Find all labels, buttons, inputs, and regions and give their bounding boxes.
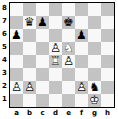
square-e7[interactable]: ♚♚ — [62, 16, 75, 29]
chess-board: ♛♛♟♟♚♚♟♟♟♟♟♙♞♘♜♖♟♙♟♙♟♙♟♙♞♞♚♔ — [9, 2, 115, 108]
square-b5[interactable] — [23, 42, 36, 55]
square-f8[interactable] — [75, 3, 88, 16]
square-f5[interactable] — [75, 42, 88, 55]
file-label-h: h — [101, 108, 114, 119]
square-d1[interactable] — [49, 94, 62, 107]
square-h2[interactable] — [101, 81, 114, 94]
square-b1[interactable] — [23, 94, 36, 107]
file-label-c: c — [36, 108, 49, 119]
square-f2[interactable]: ♟♙ — [75, 81, 88, 94]
file-labels: abcdefgh — [10, 108, 114, 119]
piece-white-pawn: ♟♙ — [62, 55, 75, 68]
file-label-g: g — [88, 108, 101, 119]
square-h5[interactable] — [101, 42, 114, 55]
square-c5[interactable] — [36, 42, 49, 55]
piece-black-pawn: ♟♟ — [36, 16, 49, 29]
square-f1[interactable] — [75, 94, 88, 107]
square-d3[interactable] — [49, 68, 62, 81]
square-a4[interactable] — [10, 55, 23, 68]
square-g4[interactable] — [88, 55, 101, 68]
square-c1[interactable] — [36, 94, 49, 107]
square-b4[interactable] — [23, 55, 36, 68]
square-d7[interactable] — [49, 16, 62, 29]
piece-black-king: ♚♚ — [62, 16, 75, 29]
square-c6[interactable] — [36, 29, 49, 42]
square-h7[interactable] — [101, 16, 114, 29]
square-a6[interactable]: ♟♟ — [10, 29, 23, 42]
square-f6[interactable]: ♟♟ — [75, 29, 88, 42]
square-g8[interactable] — [88, 3, 101, 16]
square-b7[interactable]: ♛♛ — [23, 16, 36, 29]
rank-labels: 87654321 — [0, 2, 9, 106]
chess-diagram: 87654321 ♛♛♟♟♚♚♟♟♟♟♟♙♞♘♜♖♟♙♟♙♟♙♟♙♞♞♚♔ ab… — [0, 0, 118, 119]
square-g7[interactable] — [88, 16, 101, 29]
square-c4[interactable] — [36, 55, 49, 68]
file-label-e: e — [62, 108, 75, 119]
square-f4[interactable] — [75, 55, 88, 68]
rank-label-2: 2 — [0, 80, 9, 93]
piece-black-pawn: ♟♟ — [75, 29, 88, 42]
file-label-d: d — [49, 108, 62, 119]
file-label-f: f — [75, 108, 88, 119]
piece-white-king: ♚♔ — [88, 94, 101, 107]
piece-white-pawn: ♟♙ — [75, 81, 88, 94]
square-e2[interactable] — [62, 81, 75, 94]
square-b2[interactable]: ♟♙ — [23, 81, 36, 94]
rank-label-1: 1 — [0, 93, 9, 106]
rank-label-5: 5 — [0, 41, 9, 54]
square-d4[interactable]: ♜♖ — [49, 55, 62, 68]
square-h1[interactable] — [101, 94, 114, 107]
piece-black-pawn: ♟♟ — [10, 29, 23, 42]
square-h3[interactable] — [101, 68, 114, 81]
square-g1[interactable]: ♚♔ — [88, 94, 101, 107]
piece-white-pawn: ♟♙ — [23, 81, 36, 94]
square-e1[interactable] — [62, 94, 75, 107]
file-label-b: b — [23, 108, 36, 119]
square-c3[interactable] — [36, 68, 49, 81]
file-label-a: a — [10, 108, 23, 119]
piece-black-queen: ♛♛ — [23, 16, 36, 29]
square-g6[interactable] — [88, 29, 101, 42]
square-e3[interactable] — [62, 68, 75, 81]
square-c2[interactable] — [36, 81, 49, 94]
rank-label-4: 4 — [0, 54, 9, 67]
piece-white-pawn: ♟♙ — [10, 81, 23, 94]
square-e4[interactable]: ♟♙ — [62, 55, 75, 68]
square-d8[interactable] — [49, 3, 62, 16]
rank-label-8: 8 — [0, 2, 9, 15]
square-a5[interactable] — [10, 42, 23, 55]
square-h8[interactable] — [101, 3, 114, 16]
square-b6[interactable] — [23, 29, 36, 42]
square-a2[interactable]: ♟♙ — [10, 81, 23, 94]
square-c7[interactable]: ♟♟ — [36, 16, 49, 29]
square-a8[interactable] — [10, 3, 23, 16]
square-g5[interactable] — [88, 42, 101, 55]
rank-label-6: 6 — [0, 28, 9, 41]
rank-label-7: 7 — [0, 15, 9, 28]
square-h6[interactable] — [101, 29, 114, 42]
piece-white-rook: ♜♖ — [49, 55, 62, 68]
square-d2[interactable] — [49, 81, 62, 94]
square-h4[interactable] — [101, 55, 114, 68]
square-a1[interactable] — [10, 94, 23, 107]
rank-label-3: 3 — [0, 67, 9, 80]
